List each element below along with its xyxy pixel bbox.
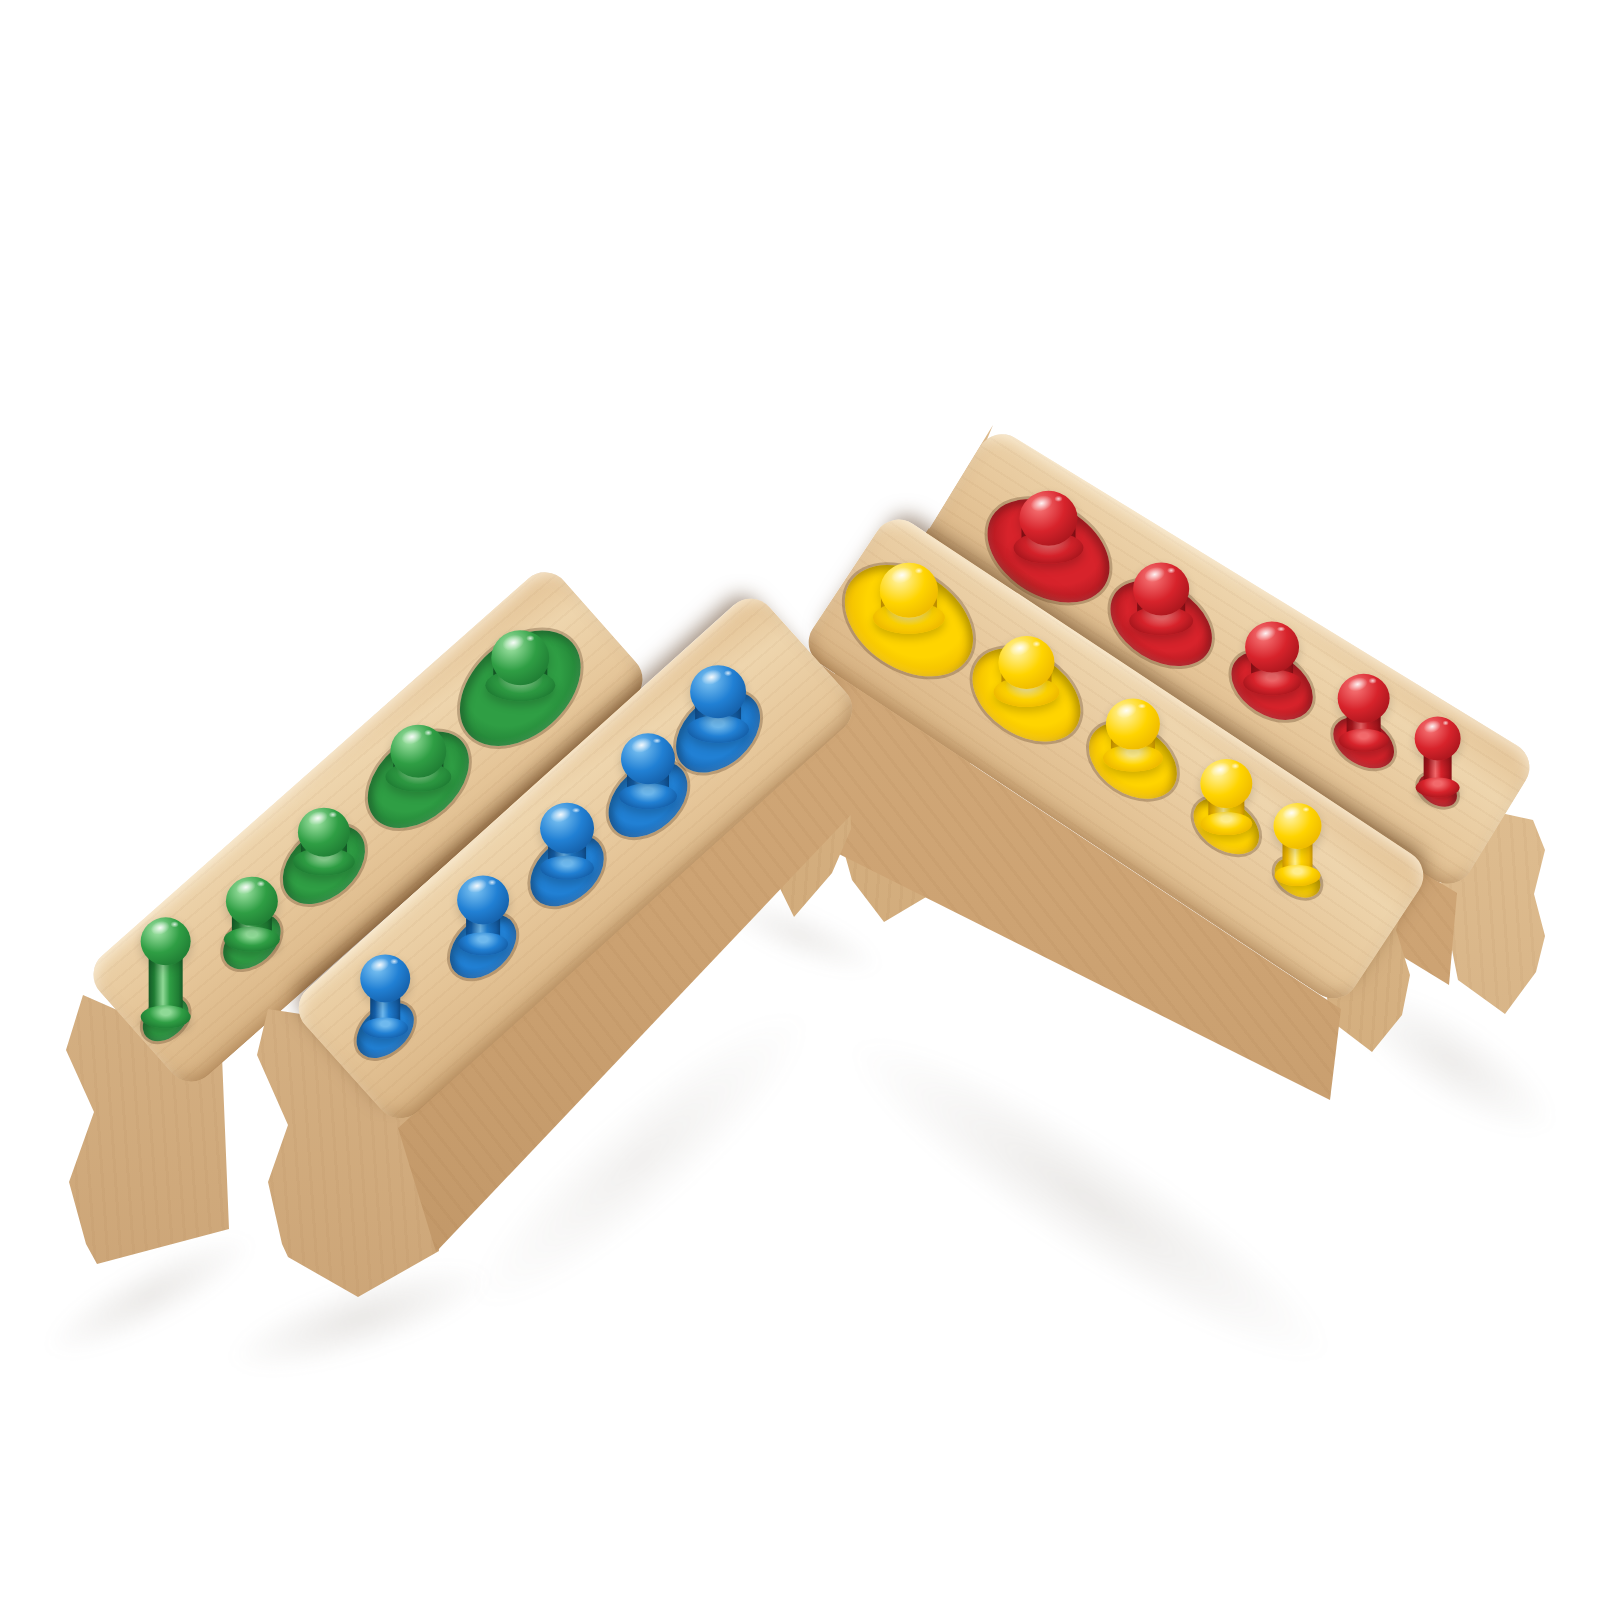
cylinder-knob-blue-4[interactable] <box>620 733 674 784</box>
cylinder-base-rim-blue-4 <box>618 783 676 809</box>
cylinder-base-rim-blue-3 <box>539 855 593 879</box>
cylinder-base-rim-blue-5 <box>686 715 748 743</box>
cylinder-knob-blue-5[interactable] <box>689 665 745 718</box>
cylinder-knob-blue-1[interactable] <box>359 954 409 1002</box>
wood-block-blue <box>0 0 1600 1600</box>
block-side-face-blue <box>0 0 1600 1600</box>
cylinder-knob-blue-2[interactable] <box>456 875 508 924</box>
product-photo-montessori-cylinder-blocks: Overhead product photo of a Montessori k… <box>0 0 1600 1600</box>
cylinder-knob-blue-3[interactable] <box>539 802 593 853</box>
cylinder-base-rim-blue-1 <box>361 1016 407 1037</box>
cylinder-base-rim-blue-2 <box>457 931 507 954</box>
